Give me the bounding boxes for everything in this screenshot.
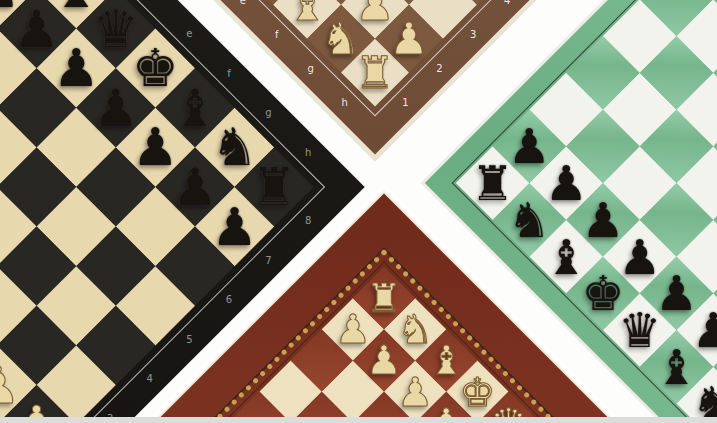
rank-label-1-walnut: 1 — [402, 98, 408, 108]
rank-label-4-black-maple: 4 — [146, 374, 152, 384]
rank-label-7-black-maple: 7 — [265, 255, 271, 265]
file-label-h-walnut: h — [342, 98, 348, 108]
rank-label-4-walnut: 4 — [504, 0, 510, 6]
file-label-e-walnut: e — [240, 0, 246, 6]
file-label-h-black-maple: h — [305, 148, 311, 158]
file-label-f-walnut: f — [275, 30, 279, 40]
piece-black-pawn-h7-black-maple[interactable]: ♟ — [207, 199, 263, 255]
rank-label-6-black-maple: 6 — [226, 295, 232, 305]
rank-label-3-walnut: 3 — [470, 30, 476, 40]
piece-white-rook-h1-walnut[interactable]: ♜ — [351, 49, 399, 97]
piece-black-pawn-h7-green-marble[interactable]: ♟ — [503, 120, 555, 172]
rank-label-8-black-maple: 8 — [305, 216, 311, 226]
file-label-g-black-maple: g — [265, 109, 271, 119]
rank-label-5-black-maple: 5 — [186, 335, 192, 345]
file-label-e-black-maple: e — [186, 29, 192, 39]
piece-white-rook-h1-mahogany[interactable]: ♜ — [362, 276, 406, 320]
four-chessboards-photo: ♜♞♝♛♚♝♞♜♟♟♟♟♟♟♟♟♟♟♟♟♟♟♟♟♜♞♝♛♚♝♞♜abcdefgh… — [0, 0, 717, 423]
rank-label-2-walnut: 2 — [436, 64, 442, 74]
photo-bottom-edge — [0, 417, 717, 423]
file-label-f-black-maple: f — [227, 69, 231, 79]
file-label-g-walnut: g — [308, 64, 314, 74]
